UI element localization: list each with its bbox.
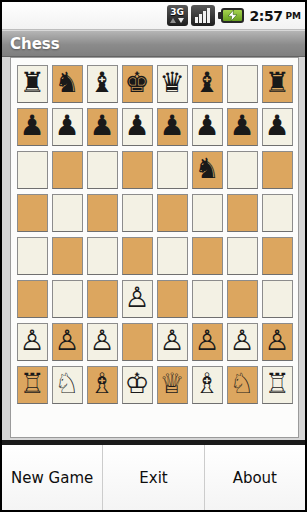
piece-white-knight: ♘: [54, 370, 79, 398]
square-a7[interactable]: ♟: [17, 108, 48, 146]
title-bar: Chess: [2, 30, 305, 57]
lightning-bolt-icon: [228, 10, 237, 21]
square-h6[interactable]: [262, 151, 293, 189]
square-h8[interactable]: ♜: [262, 65, 293, 103]
square-b6[interactable]: [52, 151, 83, 189]
piece-black-king: ♚: [124, 69, 149, 97]
square-h7[interactable]: ♟: [262, 108, 293, 146]
square-g5[interactable]: [227, 194, 258, 232]
square-a5[interactable]: [17, 194, 48, 232]
piece-white-pawn: ♙: [89, 327, 114, 355]
square-b3[interactable]: [52, 280, 83, 318]
piece-black-pawn: ♟: [89, 112, 114, 140]
square-c5[interactable]: [87, 194, 118, 232]
square-d3[interactable]: ♙: [122, 280, 153, 318]
piece-white-pawn: ♙: [159, 327, 184, 355]
square-c6[interactable]: [87, 151, 118, 189]
data-activity-arrows-icon: [170, 18, 184, 23]
square-e3[interactable]: [157, 280, 188, 318]
square-c3[interactable]: [87, 280, 118, 318]
square-c1[interactable]: ♗: [87, 366, 118, 404]
button-bar: New Game Exit About: [2, 445, 305, 510]
piece-white-rook: ♖: [264, 370, 289, 398]
square-h3[interactable]: [262, 280, 293, 318]
square-e8[interactable]: ♛: [157, 65, 188, 103]
square-f1[interactable]: ♗: [192, 366, 223, 404]
piece-black-rook: ♜: [19, 69, 44, 97]
square-g2[interactable]: ♙: [227, 323, 258, 361]
square-g3[interactable]: [227, 280, 258, 318]
piece-white-pawn: ♙: [19, 327, 44, 355]
square-e5[interactable]: [157, 194, 188, 232]
square-e7[interactable]: ♟: [157, 108, 188, 146]
square-f8[interactable]: ♝: [192, 65, 223, 103]
piece-white-king: ♔: [124, 370, 149, 398]
square-f5[interactable]: [192, 194, 223, 232]
network-type-label: 3G: [170, 8, 184, 17]
about-button[interactable]: About: [205, 445, 305, 510]
square-a3[interactable]: [17, 280, 48, 318]
square-d7[interactable]: ♟: [122, 108, 153, 146]
square-c8[interactable]: ♝: [87, 65, 118, 103]
chess-board: ♜♞♝♚♛♝♜♟♟♟♟♟♟♟♟♞♙♙♙♙♙♙♙♙♖♘♗♔♕♗♘♖: [17, 65, 293, 437]
square-d1[interactable]: ♔: [122, 366, 153, 404]
piece-black-knight: ♞: [194, 155, 219, 183]
square-c4[interactable]: [87, 237, 118, 275]
piece-white-rook: ♖: [19, 370, 44, 398]
square-d4[interactable]: [122, 237, 153, 275]
square-d5[interactable]: [122, 194, 153, 232]
square-g4[interactable]: [227, 237, 258, 275]
square-f7[interactable]: ♟: [192, 108, 223, 146]
square-g1[interactable]: ♘: [227, 366, 258, 404]
piece-black-pawn: ♟: [124, 112, 149, 140]
square-g6[interactable]: [227, 151, 258, 189]
piece-black-pawn: ♟: [54, 112, 79, 140]
square-a4[interactable]: [17, 237, 48, 275]
clock-time: 2:57: [250, 8, 283, 24]
square-a8[interactable]: ♜: [17, 65, 48, 103]
square-f2[interactable]: ♙: [192, 323, 223, 361]
square-h2[interactable]: ♙: [262, 323, 293, 361]
piece-white-pawn: ♙: [229, 327, 254, 355]
piece-black-pawn: ♟: [229, 112, 254, 140]
square-f3[interactable]: [192, 280, 223, 318]
piece-black-pawn: ♟: [159, 112, 184, 140]
piece-black-queen: ♛: [159, 69, 184, 97]
square-e4[interactable]: [157, 237, 188, 275]
piece-black-pawn: ♟: [19, 112, 44, 140]
square-f6[interactable]: ♞: [192, 151, 223, 189]
piece-black-knight: ♞: [54, 69, 79, 97]
piece-white-bishop: ♗: [89, 370, 114, 398]
square-d8[interactable]: ♚: [122, 65, 153, 103]
phone-screen: 3G 2:57 PM Chess ♜♞♝♚♛♝♜♟♟♟♟♟♟♟♟♞♙♙♙♙♙♙♙…: [0, 0, 307, 512]
square-d6[interactable]: [122, 151, 153, 189]
square-e2[interactable]: ♙: [157, 323, 188, 361]
square-e1[interactable]: ♕: [157, 366, 188, 404]
square-b1[interactable]: ♘: [52, 366, 83, 404]
main-content: ♜♞♝♚♛♝♜♟♟♟♟♟♟♟♟♞♙♙♙♙♙♙♙♙♖♘♗♔♕♗♘♖: [2, 57, 305, 438]
exit-button[interactable]: Exit: [103, 445, 204, 510]
mobile-data-3g-icon: 3G: [167, 5, 188, 26]
new-game-button[interactable]: New Game: [2, 445, 103, 510]
square-a2[interactable]: ♙: [17, 323, 48, 361]
piece-white-bishop: ♗: [194, 370, 219, 398]
piece-white-pawn: ♙: [54, 327, 79, 355]
clock-meridiem: PM: [285, 11, 301, 21]
square-b4[interactable]: [52, 237, 83, 275]
square-a6[interactable]: [17, 151, 48, 189]
square-b7[interactable]: ♟: [52, 108, 83, 146]
signal-strength-icon: [191, 5, 215, 26]
square-b2[interactable]: ♙: [52, 323, 83, 361]
app-title: Chess: [10, 35, 60, 53]
piece-black-rook: ♜: [264, 69, 289, 97]
piece-black-pawn: ♟: [194, 112, 219, 140]
square-d2[interactable]: [122, 323, 153, 361]
piece-white-pawn: ♙: [194, 327, 219, 355]
battery-charging-icon: [218, 8, 244, 23]
board-panel: ♜♞♝♚♛♝♜♟♟♟♟♟♟♟♟♞♙♙♙♙♙♙♙♙♖♘♗♔♕♗♘♖: [10, 57, 299, 438]
piece-white-knight: ♘: [229, 370, 254, 398]
square-c7[interactable]: ♟: [87, 108, 118, 146]
square-c2[interactable]: ♙: [87, 323, 118, 361]
square-e6[interactable]: [157, 151, 188, 189]
status-bar: 3G 2:57 PM: [2, 2, 305, 30]
piece-black-bishop: ♝: [194, 69, 219, 97]
piece-black-bishop: ♝: [89, 69, 114, 97]
square-b5[interactable]: [52, 194, 83, 232]
piece-white-pawn: ♙: [264, 327, 289, 355]
square-g7[interactable]: ♟: [227, 108, 258, 146]
square-g8[interactable]: [227, 65, 258, 103]
piece-white-pawn: ♙: [124, 284, 149, 312]
square-h5[interactable]: [262, 194, 293, 232]
piece-white-queen: ♕: [159, 370, 184, 398]
square-h4[interactable]: [262, 237, 293, 275]
square-f4[interactable]: [192, 237, 223, 275]
square-a1[interactable]: ♖: [17, 366, 48, 404]
square-b8[interactable]: ♞: [52, 65, 83, 103]
square-h1[interactable]: ♖: [262, 366, 293, 404]
piece-black-pawn: ♟: [264, 112, 289, 140]
